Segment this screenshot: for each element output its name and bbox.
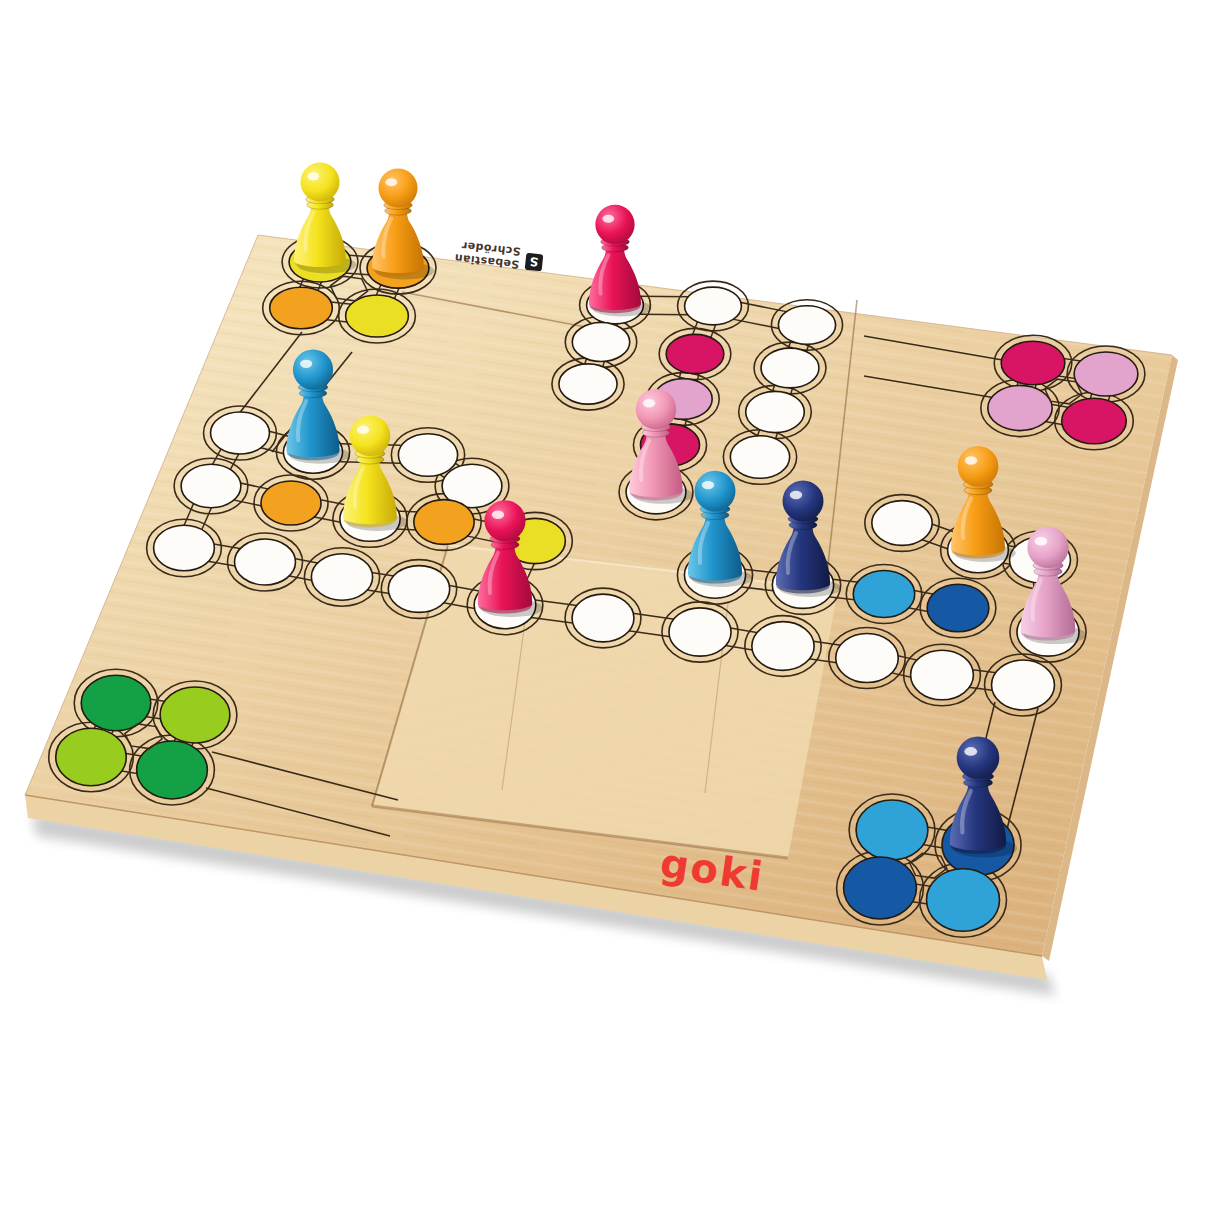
cell-t11[interactable] <box>235 539 296 585</box>
cell-v04[interactable] <box>927 584 989 631</box>
cell-t16[interactable] <box>669 608 731 656</box>
cell-D3[interactable] <box>844 857 917 919</box>
cell-B1[interactable] <box>1001 341 1065 385</box>
cell-t03[interactable] <box>398 434 457 477</box>
product-photo-stage: S Sebastian Schröder goki <box>0 0 1214 1214</box>
cell-A3[interactable] <box>270 287 333 329</box>
cell-u10[interactable] <box>761 348 819 388</box>
cell-u03[interactable] <box>559 364 617 404</box>
cell-C2[interactable] <box>160 687 230 743</box>
track-neck <box>638 314 689 315</box>
cell-t01[interactable] <box>211 412 270 454</box>
cell-v03[interactable] <box>853 570 915 617</box>
cell-t20[interactable] <box>992 660 1055 710</box>
cell-t17[interactable] <box>752 622 814 671</box>
cell-D1[interactable] <box>856 800 928 860</box>
cell-t13[interactable] <box>388 566 449 613</box>
cell-t19[interactable] <box>911 650 974 700</box>
cell-t05[interactable] <box>181 464 241 508</box>
cell-t15[interactable] <box>572 594 634 642</box>
cell-C3[interactable] <box>56 728 127 785</box>
cell-u11[interactable] <box>746 391 805 432</box>
cell-r01[interactable] <box>872 501 932 546</box>
designer-logo-letter: S <box>529 254 539 269</box>
cell-C1[interactable] <box>81 675 151 731</box>
cell-B4[interactable] <box>1062 398 1127 444</box>
cell-t12[interactable] <box>311 554 372 600</box>
cell-u09[interactable] <box>778 306 835 344</box>
cell-t10[interactable] <box>154 525 215 571</box>
ludo-board: S Sebastian Schröder goki <box>0 0 1214 1214</box>
track-neck <box>639 296 690 297</box>
cell-u02[interactable] <box>572 323 629 362</box>
cell-t08[interactable] <box>414 500 474 545</box>
cell-u05[interactable] <box>666 334 724 373</box>
cell-u04[interactable] <box>685 287 742 325</box>
cell-t18[interactable] <box>836 633 899 682</box>
cell-B3[interactable] <box>988 385 1052 430</box>
cell-D4[interactable] <box>926 869 999 931</box>
cell-C4[interactable] <box>137 741 208 799</box>
cell-t06[interactable] <box>261 481 321 525</box>
cell-u12[interactable] <box>730 436 789 479</box>
cell-B2[interactable] <box>1074 352 1138 396</box>
